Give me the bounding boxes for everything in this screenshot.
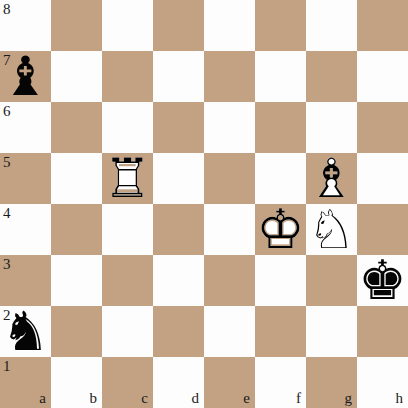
square-e1[interactable]: e (204, 357, 255, 408)
square-f5[interactable] (255, 153, 306, 204)
square-e5[interactable] (204, 153, 255, 204)
square-c1[interactable]: c (102, 357, 153, 408)
square-e7[interactable] (204, 51, 255, 102)
square-f8[interactable] (255, 0, 306, 51)
square-f4[interactable]: ♚♔ (255, 204, 306, 255)
square-h7[interactable] (357, 51, 408, 102)
chess-board-container: 87♝65♜♖♝♗4♚♔♞♘3♚2♞1abcdefgh (0, 0, 408, 408)
black-knight-icon: ♞ (0, 306, 51, 357)
square-e3[interactable] (204, 255, 255, 306)
white-rook-icon: ♖ (102, 153, 153, 204)
square-b6[interactable] (51, 102, 102, 153)
square-h4[interactable] (357, 204, 408, 255)
square-b7[interactable] (51, 51, 102, 102)
square-d4[interactable] (153, 204, 204, 255)
square-d2[interactable] (153, 306, 204, 357)
chess-board: 87♝65♜♖♝♗4♚♔♞♘3♚2♞1abcdefgh (0, 0, 408, 408)
square-b5[interactable] (51, 153, 102, 204)
square-g3[interactable] (306, 255, 357, 306)
square-a2[interactable]: 2♞ (0, 306, 51, 357)
square-d1[interactable]: d (153, 357, 204, 408)
square-d6[interactable] (153, 102, 204, 153)
rank-label-1: 1 (3, 359, 11, 374)
square-f1[interactable]: f (255, 357, 306, 408)
square-c4[interactable] (102, 204, 153, 255)
piece-white-knight[interactable]: ♞♘ (306, 204, 357, 255)
file-label-e: e (243, 391, 250, 406)
piece-black-king[interactable]: ♚ (357, 255, 408, 306)
square-g6[interactable] (306, 102, 357, 153)
square-d7[interactable] (153, 51, 204, 102)
rank-label-4: 4 (3, 206, 11, 221)
square-a6[interactable]: 6 (0, 102, 51, 153)
square-g2[interactable] (306, 306, 357, 357)
square-f2[interactable] (255, 306, 306, 357)
white-bishop-icon: ♗ (306, 153, 357, 204)
file-label-h: h (396, 391, 404, 406)
rank-label-5: 5 (3, 155, 11, 170)
piece-white-king[interactable]: ♚♔ (255, 204, 306, 255)
file-label-c: c (141, 391, 148, 406)
square-e2[interactable] (204, 306, 255, 357)
square-g5[interactable]: ♝♗ (306, 153, 357, 204)
square-h5[interactable] (357, 153, 408, 204)
square-a8[interactable]: 8 (0, 0, 51, 51)
piece-black-bishop[interactable]: ♝ (0, 51, 51, 102)
square-g7[interactable] (306, 51, 357, 102)
piece-white-rook[interactable]: ♜♖ (102, 153, 153, 204)
square-b4[interactable] (51, 204, 102, 255)
square-c2[interactable] (102, 306, 153, 357)
square-c5[interactable]: ♜♖ (102, 153, 153, 204)
rank-label-3: 3 (3, 257, 11, 272)
white-knight-icon: ♘ (306, 204, 357, 255)
square-g1[interactable]: g (306, 357, 357, 408)
square-e4[interactable] (204, 204, 255, 255)
square-g8[interactable] (306, 0, 357, 51)
square-h8[interactable] (357, 0, 408, 51)
piece-white-bishop[interactable]: ♝♗ (306, 153, 357, 204)
square-d8[interactable] (153, 0, 204, 51)
square-f7[interactable] (255, 51, 306, 102)
square-a5[interactable]: 5 (0, 153, 51, 204)
square-h6[interactable] (357, 102, 408, 153)
square-b3[interactable] (51, 255, 102, 306)
square-b8[interactable] (51, 0, 102, 51)
square-h1[interactable]: h (357, 357, 408, 408)
file-label-g: g (345, 391, 353, 406)
white-king-icon: ♔ (255, 204, 306, 255)
square-a3[interactable]: 3 (0, 255, 51, 306)
square-a7[interactable]: 7♝ (0, 51, 51, 102)
square-d5[interactable] (153, 153, 204, 204)
square-f3[interactable] (255, 255, 306, 306)
square-f6[interactable] (255, 102, 306, 153)
black-bishop-icon: ♝ (0, 51, 51, 102)
piece-black-knight[interactable]: ♞ (0, 306, 51, 357)
square-b2[interactable] (51, 306, 102, 357)
black-king-icon: ♚ (357, 255, 408, 306)
square-c7[interactable] (102, 51, 153, 102)
file-label-f: f (296, 391, 301, 406)
square-h3[interactable]: ♚ (357, 255, 408, 306)
square-h2[interactable] (357, 306, 408, 357)
square-a1[interactable]: 1a (0, 357, 51, 408)
square-a4[interactable]: 4 (0, 204, 51, 255)
square-c6[interactable] (102, 102, 153, 153)
file-label-b: b (90, 391, 98, 406)
rank-label-6: 6 (3, 104, 11, 119)
square-e8[interactable] (204, 0, 255, 51)
square-g4[interactable]: ♞♘ (306, 204, 357, 255)
square-e6[interactable] (204, 102, 255, 153)
square-c8[interactable] (102, 0, 153, 51)
rank-label-8: 8 (3, 2, 11, 17)
file-label-d: d (192, 391, 200, 406)
square-c3[interactable] (102, 255, 153, 306)
file-label-a: a (39, 391, 46, 406)
square-d3[interactable] (153, 255, 204, 306)
square-b1[interactable]: b (51, 357, 102, 408)
